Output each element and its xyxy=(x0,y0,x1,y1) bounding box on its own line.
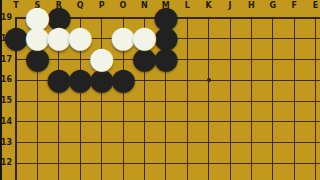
grid-line-vertical xyxy=(187,17,188,180)
grid-line-vertical xyxy=(315,17,316,180)
go-board[interactable]: TSRQPONMLKJHGFE 1918171615141312 ●●●●●●●… xyxy=(0,0,320,180)
grid-line-horizontal xyxy=(15,121,320,122)
column-label-G: G xyxy=(266,0,280,11)
column-label-E: E xyxy=(309,0,320,11)
grid-line-vertical xyxy=(294,17,295,180)
grid-line-vertical xyxy=(251,17,252,180)
column-label-P: P xyxy=(95,0,109,11)
column-label-L: L xyxy=(180,0,194,11)
column-label-Q: Q xyxy=(73,0,87,11)
star-point-K16 xyxy=(207,78,211,82)
grid-line-vertical xyxy=(272,17,273,180)
column-label-F: F xyxy=(287,0,301,11)
grid-line-horizontal xyxy=(15,142,320,143)
grid-line-horizontal xyxy=(15,163,320,164)
column-label-O: O xyxy=(116,0,130,11)
go-app-screen: TSRQPONMLKJHGFE 1918171615141312 ●●●●●●●… xyxy=(0,0,320,180)
column-label-T: T xyxy=(9,0,23,11)
white-stone: ● xyxy=(90,48,114,72)
column-label-H: H xyxy=(244,0,258,11)
grid-line-vertical xyxy=(208,17,209,180)
screen-left-edge xyxy=(0,0,2,180)
white-stone-glyph: ● xyxy=(131,19,157,54)
white-stone-glyph: ● xyxy=(89,40,115,75)
grid-line-vertical xyxy=(230,17,231,180)
white-stone: ● xyxy=(132,27,156,51)
column-label-N: N xyxy=(137,0,151,11)
column-label-K: K xyxy=(202,0,216,11)
column-label-J: J xyxy=(223,0,237,11)
grid-line-horizontal xyxy=(15,101,320,102)
